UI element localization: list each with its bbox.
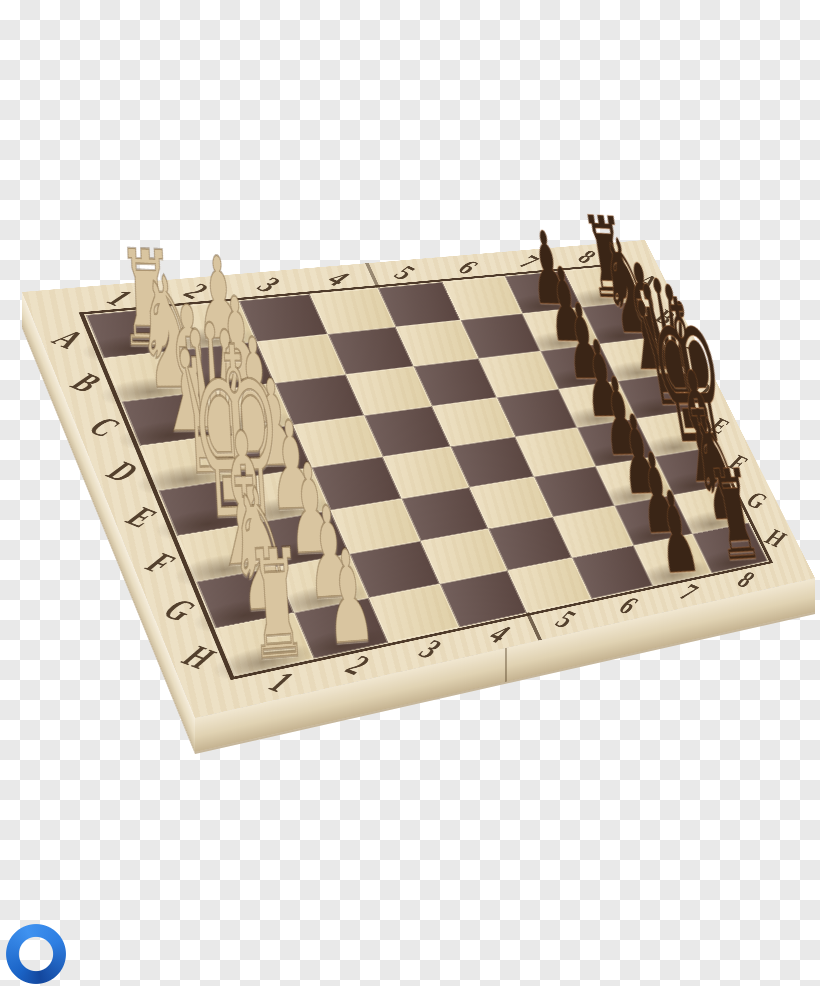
blue-ring-logo-icon [4, 922, 68, 986]
transparent-background: ABCDEFGH ABCDEFGH 12345678 12345678 ♜♟♟♜… [0, 0, 820, 986]
piece-wR-h1[interactable]: ♜ [245, 547, 296, 667]
piece-wP-h2[interactable]: ♟ [322, 548, 372, 651]
chess-board: ABCDEFGH ABCDEFGH 12345678 12345678 ♜♟♟♜… [22, 240, 815, 718]
chess-set-scene: ABCDEFGH ABCDEFGH 12345678 12345678 ♜♟♟♜… [0, 0, 820, 986]
